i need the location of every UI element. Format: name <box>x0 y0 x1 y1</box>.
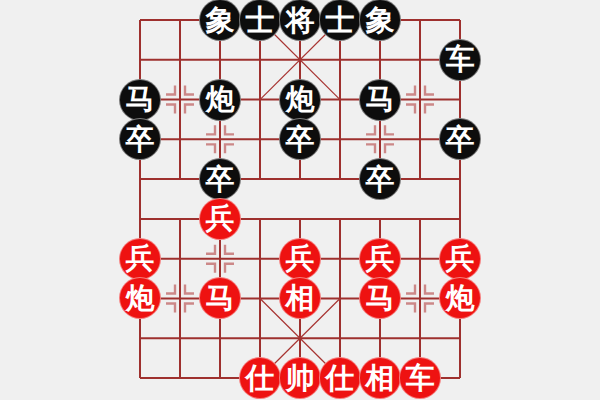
piece-red-advisor[interactable]: 仕 <box>239 357 281 399</box>
star-marker <box>425 86 434 95</box>
star-marker <box>185 86 194 95</box>
piece-black-elephant[interactable]: 象 <box>359 0 401 41</box>
piece-black-horse[interactable]: 马 <box>119 79 161 121</box>
piece-red-cannon[interactable]: 炮 <box>119 277 161 319</box>
star-marker <box>206 144 215 153</box>
piece-red-advisor[interactable]: 仕 <box>319 357 361 399</box>
piece-black-elephant[interactable]: 象 <box>199 0 241 41</box>
piece-black-cannon[interactable]: 炮 <box>279 79 321 121</box>
star-marker <box>385 125 394 134</box>
piece-red-elephant[interactable]: 相 <box>359 357 401 399</box>
star-marker <box>225 144 234 153</box>
piece-black-chariot[interactable]: 车 <box>439 39 481 81</box>
star-marker <box>406 105 415 114</box>
star-marker <box>406 86 415 95</box>
star-marker <box>225 125 234 134</box>
star-marker <box>366 125 375 134</box>
star-marker <box>425 284 434 293</box>
star-marker <box>366 144 375 153</box>
star-marker <box>206 125 215 134</box>
piece-red-chariot[interactable]: 车 <box>399 357 441 399</box>
star-marker <box>385 144 394 153</box>
star-marker <box>166 284 175 293</box>
piece-black-advisor[interactable]: 士 <box>319 0 361 41</box>
star-marker <box>185 303 194 312</box>
piece-black-general[interactable]: 将 <box>279 0 321 41</box>
star-marker <box>425 105 434 114</box>
piece-red-soldier[interactable]: 兵 <box>199 198 241 240</box>
star-marker <box>206 245 215 254</box>
star-marker <box>185 105 194 114</box>
star-marker <box>425 303 434 312</box>
piece-red-general[interactable]: 帅 <box>279 357 321 399</box>
board-grid <box>0 0 600 400</box>
piece-red-soldier[interactable]: 兵 <box>439 238 481 280</box>
star-marker <box>185 284 194 293</box>
piece-black-horse[interactable]: 马 <box>359 79 401 121</box>
piece-red-cannon[interactable]: 炮 <box>439 277 481 319</box>
star-marker <box>225 245 234 254</box>
piece-black-advisor[interactable]: 士 <box>239 0 281 41</box>
star-marker <box>225 264 234 273</box>
star-marker <box>166 86 175 95</box>
piece-black-cannon[interactable]: 炮 <box>199 79 241 121</box>
piece-red-soldier[interactable]: 兵 <box>279 238 321 280</box>
xiangqi-board[interactable]: 象士将士象车马炮炮马卒卒卒卒卒兵兵兵兵兵炮马相马炮仕帅仕相车 <box>0 0 600 400</box>
star-marker <box>166 105 175 114</box>
piece-red-soldier[interactable]: 兵 <box>359 238 401 280</box>
piece-black-soldier[interactable]: 卒 <box>199 158 241 200</box>
star-marker <box>406 284 415 293</box>
star-marker <box>166 303 175 312</box>
star-marker <box>406 303 415 312</box>
piece-black-soldier[interactable]: 卒 <box>359 158 401 200</box>
star-marker <box>206 264 215 273</box>
piece-red-soldier[interactable]: 兵 <box>119 238 161 280</box>
